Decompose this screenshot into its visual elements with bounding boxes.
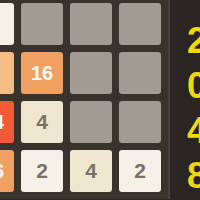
logo-char-0: 0 xyxy=(187,63,200,108)
logo-char-2: 2 xyxy=(187,18,200,63)
logo-char-8: 8 xyxy=(187,153,200,198)
tile-r4c2: 2 xyxy=(21,150,63,192)
tile-r4c4: 2 xyxy=(119,150,161,192)
tile-r3c1: 64 xyxy=(0,101,14,143)
tile-r4c1: 16 xyxy=(0,150,14,192)
empty-cell-r1c2 xyxy=(21,3,63,45)
empty-cell-r1c4 xyxy=(119,3,161,45)
tile-r4c3: 4 xyxy=(70,150,112,192)
tile-r3c2: 4 xyxy=(21,101,63,143)
side-panel: 2 0 4 8 xyxy=(187,18,200,198)
empty-cell-r2c3 xyxy=(70,52,112,94)
empty-cell-r3c3 xyxy=(70,101,112,143)
tile-r2c2: 16 xyxy=(21,52,63,94)
tile-r1c1: 2 xyxy=(0,3,14,45)
empty-cell-r1c3 xyxy=(70,3,112,45)
empty-cell-r3c4 xyxy=(119,101,161,143)
2048-board[interactable]: 2 8 16 64 4 16 2 4 2 xyxy=(0,0,170,199)
tile-r2c1: 8 xyxy=(0,52,14,94)
logo-char-4: 4 xyxy=(187,108,200,153)
game-screen: 2 8 16 64 4 16 2 4 2 2 0 4 8 xyxy=(0,0,200,200)
empty-cell-r2c4 xyxy=(119,52,161,94)
